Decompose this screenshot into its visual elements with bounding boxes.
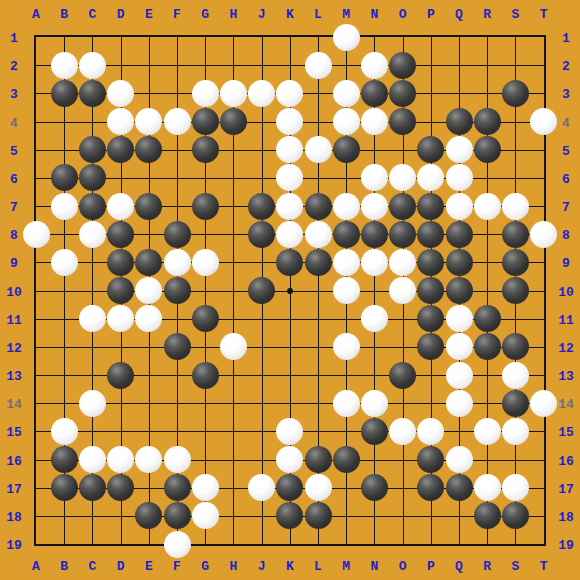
intersection-G12[interactable] <box>191 333 219 361</box>
intersection-Q13[interactable] <box>445 361 473 389</box>
intersection-G1[interactable] <box>191 23 219 51</box>
intersection-F18[interactable] <box>163 502 191 530</box>
intersection-S18[interactable] <box>501 502 529 530</box>
intersection-N3[interactable] <box>360 79 388 107</box>
intersection-O9[interactable] <box>389 248 417 276</box>
intersection-N13[interactable] <box>360 361 388 389</box>
intersection-D18[interactable] <box>107 502 135 530</box>
intersection-C16[interactable] <box>78 446 106 474</box>
intersection-D15[interactable] <box>107 417 135 445</box>
intersection-L9[interactable] <box>304 248 332 276</box>
intersection-C4[interactable] <box>78 108 106 136</box>
intersection-M19[interactable] <box>332 530 360 558</box>
intersection-D16[interactable] <box>107 446 135 474</box>
intersection-E18[interactable] <box>135 502 163 530</box>
intersection-J19[interactable] <box>248 530 276 558</box>
intersection-L2[interactable] <box>304 51 332 79</box>
intersection-O4[interactable] <box>389 108 417 136</box>
intersection-E15[interactable] <box>135 417 163 445</box>
intersection-H1[interactable] <box>219 23 247 51</box>
intersection-G9[interactable] <box>191 248 219 276</box>
intersection-K1[interactable] <box>276 23 304 51</box>
intersection-T6[interactable] <box>530 164 558 192</box>
intersection-K18[interactable] <box>276 502 304 530</box>
intersection-B18[interactable] <box>50 502 78 530</box>
intersection-T9[interactable] <box>530 248 558 276</box>
intersection-K13[interactable] <box>276 361 304 389</box>
intersection-C11[interactable] <box>78 305 106 333</box>
intersection-Q14[interactable] <box>445 389 473 417</box>
intersection-J9[interactable] <box>248 248 276 276</box>
intersection-D2[interactable] <box>107 51 135 79</box>
intersection-M17[interactable] <box>332 474 360 502</box>
intersection-M10[interactable] <box>332 277 360 305</box>
intersection-P12[interactable] <box>417 333 445 361</box>
intersection-T16[interactable] <box>530 446 558 474</box>
intersection-O15[interactable] <box>389 417 417 445</box>
intersection-M14[interactable] <box>332 389 360 417</box>
intersection-B4[interactable] <box>50 108 78 136</box>
intersection-J6[interactable] <box>248 164 276 192</box>
intersection-R10[interactable] <box>473 277 501 305</box>
intersection-E10[interactable] <box>135 277 163 305</box>
intersection-T10[interactable] <box>530 277 558 305</box>
intersection-K4[interactable] <box>276 108 304 136</box>
intersection-B17[interactable] <box>50 474 78 502</box>
intersection-C15[interactable] <box>78 417 106 445</box>
intersection-T8[interactable] <box>530 220 558 248</box>
intersection-M12[interactable] <box>332 333 360 361</box>
intersection-P9[interactable] <box>417 248 445 276</box>
intersection-M9[interactable] <box>332 248 360 276</box>
intersection-A5[interactable] <box>22 136 50 164</box>
intersection-R16[interactable] <box>473 446 501 474</box>
intersection-N15[interactable] <box>360 417 388 445</box>
intersection-O6[interactable] <box>389 164 417 192</box>
intersection-M4[interactable] <box>332 108 360 136</box>
intersection-J16[interactable] <box>248 446 276 474</box>
intersection-G16[interactable] <box>191 446 219 474</box>
intersection-D10[interactable] <box>107 277 135 305</box>
intersection-K17[interactable] <box>276 474 304 502</box>
intersection-Q15[interactable] <box>445 417 473 445</box>
intersection-O13[interactable] <box>389 361 417 389</box>
intersection-Q8[interactable] <box>445 220 473 248</box>
intersection-F8[interactable] <box>163 220 191 248</box>
intersection-R19[interactable] <box>473 530 501 558</box>
intersection-R13[interactable] <box>473 361 501 389</box>
intersection-H6[interactable] <box>219 164 247 192</box>
intersection-J3[interactable] <box>248 79 276 107</box>
intersection-E7[interactable] <box>135 192 163 220</box>
intersection-J10[interactable] <box>248 277 276 305</box>
intersection-L16[interactable] <box>304 446 332 474</box>
intersection-O18[interactable] <box>389 502 417 530</box>
intersection-E2[interactable] <box>135 51 163 79</box>
intersection-Q1[interactable] <box>445 23 473 51</box>
intersection-M16[interactable] <box>332 446 360 474</box>
intersection-T15[interactable] <box>530 417 558 445</box>
intersection-F4[interactable] <box>163 108 191 136</box>
intersection-Q7[interactable] <box>445 192 473 220</box>
intersection-Q11[interactable] <box>445 305 473 333</box>
intersection-D1[interactable] <box>107 23 135 51</box>
intersection-T19[interactable] <box>530 530 558 558</box>
intersection-S2[interactable] <box>501 51 529 79</box>
intersection-T5[interactable] <box>530 136 558 164</box>
intersection-G19[interactable] <box>191 530 219 558</box>
intersection-L7[interactable] <box>304 192 332 220</box>
intersection-S6[interactable] <box>501 164 529 192</box>
intersection-N5[interactable] <box>360 136 388 164</box>
intersection-B5[interactable] <box>50 136 78 164</box>
intersection-B15[interactable] <box>50 417 78 445</box>
intersection-B11[interactable] <box>50 305 78 333</box>
intersection-R11[interactable] <box>473 305 501 333</box>
intersection-G5[interactable] <box>191 136 219 164</box>
intersection-B3[interactable] <box>50 79 78 107</box>
intersection-J5[interactable] <box>248 136 276 164</box>
intersection-C13[interactable] <box>78 361 106 389</box>
intersection-N16[interactable] <box>360 446 388 474</box>
intersection-E14[interactable] <box>135 389 163 417</box>
intersection-S5[interactable] <box>501 136 529 164</box>
intersection-B8[interactable] <box>50 220 78 248</box>
intersection-L15[interactable] <box>304 417 332 445</box>
intersection-A16[interactable] <box>22 446 50 474</box>
intersection-Q19[interactable] <box>445 530 473 558</box>
intersection-N9[interactable] <box>360 248 388 276</box>
intersection-J15[interactable] <box>248 417 276 445</box>
intersection-R17[interactable] <box>473 474 501 502</box>
intersection-M2[interactable] <box>332 51 360 79</box>
intersection-B7[interactable] <box>50 192 78 220</box>
intersection-H3[interactable] <box>219 79 247 107</box>
intersection-A14[interactable] <box>22 389 50 417</box>
intersection-K19[interactable] <box>276 530 304 558</box>
intersection-C19[interactable] <box>78 530 106 558</box>
intersection-T17[interactable] <box>530 474 558 502</box>
intersection-G15[interactable] <box>191 417 219 445</box>
intersection-C12[interactable] <box>78 333 106 361</box>
intersection-B6[interactable] <box>50 164 78 192</box>
intersection-P15[interactable] <box>417 417 445 445</box>
intersection-O12[interactable] <box>389 333 417 361</box>
intersection-R1[interactable] <box>473 23 501 51</box>
intersection-L3[interactable] <box>304 79 332 107</box>
intersection-F5[interactable] <box>163 136 191 164</box>
intersection-G7[interactable] <box>191 192 219 220</box>
intersection-G18[interactable] <box>191 502 219 530</box>
intersection-J17[interactable] <box>248 474 276 502</box>
intersection-O14[interactable] <box>389 389 417 417</box>
intersection-H12[interactable] <box>219 333 247 361</box>
intersection-F19[interactable] <box>163 530 191 558</box>
intersection-S10[interactable] <box>501 277 529 305</box>
intersection-D19[interactable] <box>107 530 135 558</box>
intersection-F7[interactable] <box>163 192 191 220</box>
intersection-K12[interactable] <box>276 333 304 361</box>
intersection-C5[interactable] <box>78 136 106 164</box>
intersection-P5[interactable] <box>417 136 445 164</box>
intersection-G10[interactable] <box>191 277 219 305</box>
intersection-D3[interactable] <box>107 79 135 107</box>
intersection-S8[interactable] <box>501 220 529 248</box>
intersection-S16[interactable] <box>501 446 529 474</box>
intersection-E16[interactable] <box>135 446 163 474</box>
intersection-N4[interactable] <box>360 108 388 136</box>
intersection-C10[interactable] <box>78 277 106 305</box>
intersection-R18[interactable] <box>473 502 501 530</box>
intersection-A15[interactable] <box>22 417 50 445</box>
intersection-A13[interactable] <box>22 361 50 389</box>
intersection-O7[interactable] <box>389 192 417 220</box>
intersection-A19[interactable] <box>22 530 50 558</box>
intersection-N11[interactable] <box>360 305 388 333</box>
intersection-P1[interactable] <box>417 23 445 51</box>
intersection-K8[interactable] <box>276 220 304 248</box>
intersection-H19[interactable] <box>219 530 247 558</box>
intersection-S3[interactable] <box>501 79 529 107</box>
intersection-E5[interactable] <box>135 136 163 164</box>
intersection-T4[interactable] <box>530 108 558 136</box>
intersection-Q9[interactable] <box>445 248 473 276</box>
intersection-M7[interactable] <box>332 192 360 220</box>
intersection-N10[interactable] <box>360 277 388 305</box>
intersection-L19[interactable] <box>304 530 332 558</box>
intersection-H7[interactable] <box>219 192 247 220</box>
intersection-S17[interactable] <box>501 474 529 502</box>
intersection-B10[interactable] <box>50 277 78 305</box>
intersection-R5[interactable] <box>473 136 501 164</box>
intersection-R6[interactable] <box>473 164 501 192</box>
intersection-K5[interactable] <box>276 136 304 164</box>
intersection-S12[interactable] <box>501 333 529 361</box>
intersection-G4[interactable] <box>191 108 219 136</box>
intersection-M11[interactable] <box>332 305 360 333</box>
intersection-C2[interactable] <box>78 51 106 79</box>
intersection-E1[interactable] <box>135 23 163 51</box>
intersection-K6[interactable] <box>276 164 304 192</box>
intersection-N18[interactable] <box>360 502 388 530</box>
intersection-T18[interactable] <box>530 502 558 530</box>
intersection-S13[interactable] <box>501 361 529 389</box>
intersection-Q10[interactable] <box>445 277 473 305</box>
intersection-H10[interactable] <box>219 277 247 305</box>
intersection-K3[interactable] <box>276 79 304 107</box>
intersection-S7[interactable] <box>501 192 529 220</box>
intersection-D7[interactable] <box>107 192 135 220</box>
intersection-D13[interactable] <box>107 361 135 389</box>
intersection-K11[interactable] <box>276 305 304 333</box>
intersection-D17[interactable] <box>107 474 135 502</box>
intersection-R3[interactable] <box>473 79 501 107</box>
intersection-O3[interactable] <box>389 79 417 107</box>
intersection-P18[interactable] <box>417 502 445 530</box>
intersection-R15[interactable] <box>473 417 501 445</box>
intersection-M13[interactable] <box>332 361 360 389</box>
intersection-H17[interactable] <box>219 474 247 502</box>
intersection-E12[interactable] <box>135 333 163 361</box>
intersection-F3[interactable] <box>163 79 191 107</box>
intersection-T1[interactable] <box>530 23 558 51</box>
intersection-F11[interactable] <box>163 305 191 333</box>
intersection-B19[interactable] <box>50 530 78 558</box>
intersection-D9[interactable] <box>107 248 135 276</box>
intersection-C1[interactable] <box>78 23 106 51</box>
intersection-P6[interactable] <box>417 164 445 192</box>
intersection-H16[interactable] <box>219 446 247 474</box>
intersection-E11[interactable] <box>135 305 163 333</box>
intersection-M18[interactable] <box>332 502 360 530</box>
intersection-H9[interactable] <box>219 248 247 276</box>
intersection-N14[interactable] <box>360 389 388 417</box>
intersection-T13[interactable] <box>530 361 558 389</box>
intersection-R4[interactable] <box>473 108 501 136</box>
intersection-T3[interactable] <box>530 79 558 107</box>
intersection-S9[interactable] <box>501 248 529 276</box>
intersection-N17[interactable] <box>360 474 388 502</box>
intersection-R12[interactable] <box>473 333 501 361</box>
intersection-S15[interactable] <box>501 417 529 445</box>
intersection-O2[interactable] <box>389 51 417 79</box>
intersection-D8[interactable] <box>107 220 135 248</box>
intersection-M3[interactable] <box>332 79 360 107</box>
intersection-B12[interactable] <box>50 333 78 361</box>
intersection-A17[interactable] <box>22 474 50 502</box>
intersection-K14[interactable] <box>276 389 304 417</box>
intersection-R14[interactable] <box>473 389 501 417</box>
intersection-D4[interactable] <box>107 108 135 136</box>
intersection-H8[interactable] <box>219 220 247 248</box>
intersection-C14[interactable] <box>78 389 106 417</box>
intersection-P14[interactable] <box>417 389 445 417</box>
intersection-M6[interactable] <box>332 164 360 192</box>
intersection-H11[interactable] <box>219 305 247 333</box>
intersection-Q3[interactable] <box>445 79 473 107</box>
intersection-L4[interactable] <box>304 108 332 136</box>
intersection-L11[interactable] <box>304 305 332 333</box>
intersection-F2[interactable] <box>163 51 191 79</box>
intersection-P4[interactable] <box>417 108 445 136</box>
intersection-J14[interactable] <box>248 389 276 417</box>
intersection-G14[interactable] <box>191 389 219 417</box>
intersection-S14[interactable] <box>501 389 529 417</box>
intersection-K15[interactable] <box>276 417 304 445</box>
intersection-S11[interactable] <box>501 305 529 333</box>
intersection-D14[interactable] <box>107 389 135 417</box>
intersection-Q5[interactable] <box>445 136 473 164</box>
intersection-L5[interactable] <box>304 136 332 164</box>
intersection-C18[interactable] <box>78 502 106 530</box>
intersection-G6[interactable] <box>191 164 219 192</box>
intersection-H13[interactable] <box>219 361 247 389</box>
intersection-D5[interactable] <box>107 136 135 164</box>
intersection-H2[interactable] <box>219 51 247 79</box>
intersection-N7[interactable] <box>360 192 388 220</box>
intersection-Q4[interactable] <box>445 108 473 136</box>
intersection-G17[interactable] <box>191 474 219 502</box>
intersection-P2[interactable] <box>417 51 445 79</box>
intersection-E19[interactable] <box>135 530 163 558</box>
intersection-O1[interactable] <box>389 23 417 51</box>
intersection-S1[interactable] <box>501 23 529 51</box>
intersection-O16[interactable] <box>389 446 417 474</box>
intersection-O8[interactable] <box>389 220 417 248</box>
intersection-R2[interactable] <box>473 51 501 79</box>
intersection-P16[interactable] <box>417 446 445 474</box>
intersection-P8[interactable] <box>417 220 445 248</box>
intersection-K7[interactable] <box>276 192 304 220</box>
intersection-O5[interactable] <box>389 136 417 164</box>
intersection-A7[interactable] <box>22 192 50 220</box>
intersection-Q2[interactable] <box>445 51 473 79</box>
intersection-F16[interactable] <box>163 446 191 474</box>
intersection-L10[interactable] <box>304 277 332 305</box>
intersection-T2[interactable] <box>530 51 558 79</box>
intersection-D6[interactable] <box>107 164 135 192</box>
intersection-C17[interactable] <box>78 474 106 502</box>
go-board[interactable]: AABBCCDDEEFFGGHHJJKKLLMMNNOOPPQQRRSSTT11… <box>0 0 580 580</box>
intersection-Q17[interactable] <box>445 474 473 502</box>
intersection-H15[interactable] <box>219 417 247 445</box>
intersection-L12[interactable] <box>304 333 332 361</box>
intersection-O19[interactable] <box>389 530 417 558</box>
intersection-F14[interactable] <box>163 389 191 417</box>
intersection-L13[interactable] <box>304 361 332 389</box>
intersection-B1[interactable] <box>50 23 78 51</box>
intersection-A3[interactable] <box>22 79 50 107</box>
intersection-P13[interactable] <box>417 361 445 389</box>
intersection-O10[interactable] <box>389 277 417 305</box>
intersection-O17[interactable] <box>389 474 417 502</box>
intersection-B14[interactable] <box>50 389 78 417</box>
intersection-N2[interactable] <box>360 51 388 79</box>
intersection-M1[interactable] <box>332 23 360 51</box>
intersection-A18[interactable] <box>22 502 50 530</box>
intersection-E9[interactable] <box>135 248 163 276</box>
intersection-R9[interactable] <box>473 248 501 276</box>
intersection-G13[interactable] <box>191 361 219 389</box>
intersection-F10[interactable] <box>163 277 191 305</box>
intersection-F15[interactable] <box>163 417 191 445</box>
intersection-L18[interactable] <box>304 502 332 530</box>
intersection-D12[interactable] <box>107 333 135 361</box>
intersection-C6[interactable] <box>78 164 106 192</box>
intersection-C8[interactable] <box>78 220 106 248</box>
intersection-F6[interactable] <box>163 164 191 192</box>
intersection-L14[interactable] <box>304 389 332 417</box>
intersection-F12[interactable] <box>163 333 191 361</box>
intersection-A11[interactable] <box>22 305 50 333</box>
intersection-R7[interactable] <box>473 192 501 220</box>
intersection-T12[interactable] <box>530 333 558 361</box>
intersection-M8[interactable] <box>332 220 360 248</box>
intersection-E6[interactable] <box>135 164 163 192</box>
intersection-K2[interactable] <box>276 51 304 79</box>
intersection-J13[interactable] <box>248 361 276 389</box>
intersection-P7[interactable] <box>417 192 445 220</box>
intersection-P17[interactable] <box>417 474 445 502</box>
intersection-E17[interactable] <box>135 474 163 502</box>
intersection-B16[interactable] <box>50 446 78 474</box>
intersection-J12[interactable] <box>248 333 276 361</box>
intersection-G3[interactable] <box>191 79 219 107</box>
intersection-N12[interactable] <box>360 333 388 361</box>
intersection-C3[interactable] <box>78 79 106 107</box>
intersection-K9[interactable] <box>276 248 304 276</box>
intersection-F13[interactable] <box>163 361 191 389</box>
